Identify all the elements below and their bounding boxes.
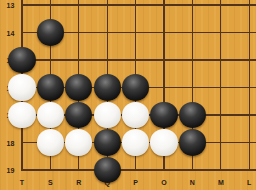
white-stone-P18 [122,129,149,155]
black-stone-N18 [179,129,206,155]
intersection-R13[interactable] [65,0,93,19]
white-stone-T16 [8,74,35,100]
black-stone-R16 [65,74,92,100]
intersection-S17[interactable] [36,101,64,129]
intersection-L14[interactable] [235,19,256,47]
intersection-N18[interactable] [178,129,206,157]
intersection-N14[interactable] [178,19,206,47]
intersection-R18[interactable] [65,129,93,157]
white-stone-S18 [37,129,64,155]
black-stone-S16 [37,74,64,100]
black-stone-Q19 [94,157,121,183]
white-stone-S17 [37,102,64,128]
black-stone-T15 [8,47,35,73]
white-stone-T17 [8,102,35,128]
intersection-M14[interactable] [207,19,235,47]
intersection-M15[interactable] [207,46,235,74]
go-board: 13141516171819 TSRQPONML [0,0,256,190]
intersection-N17[interactable] [178,101,206,129]
intersection-Q14[interactable] [93,19,121,47]
intersection-P17[interactable] [121,101,149,129]
intersection-P18[interactable] [121,129,149,157]
intersection-P16[interactable] [121,74,149,102]
intersection-O19[interactable] [150,156,178,184]
intersection-O13[interactable] [150,0,178,19]
intersection-O17[interactable] [150,101,178,129]
intersection-L13[interactable] [235,0,256,19]
intersection-N15[interactable] [178,46,206,74]
intersection-P13[interactable] [121,0,149,19]
intersection-Q16[interactable] [93,74,121,102]
intersection-S19[interactable] [36,156,64,184]
intersection-O18[interactable] [150,129,178,157]
intersection-R19[interactable] [65,156,93,184]
intersection-P19[interactable] [121,156,149,184]
intersection-Q19[interactable] [93,156,121,184]
white-stone-O18 [150,129,177,155]
black-stone-Q16 [94,74,121,100]
board-grid [8,0,256,184]
intersection-S13[interactable] [36,0,64,19]
intersection-L15[interactable] [235,46,256,74]
black-stone-N17 [179,102,206,128]
intersection-T14[interactable] [8,19,36,47]
intersection-M17[interactable] [207,101,235,129]
intersection-S15[interactable] [36,46,64,74]
intersection-T19[interactable] [8,156,36,184]
intersection-Q13[interactable] [93,0,121,19]
intersection-Q15[interactable] [93,46,121,74]
intersection-L17[interactable] [235,101,256,129]
intersection-O14[interactable] [150,19,178,47]
intersection-T18[interactable] [8,129,36,157]
black-stone-R17 [65,102,92,128]
intersection-M13[interactable] [207,0,235,19]
black-stone-P16 [122,74,149,100]
intersection-N13[interactable] [178,0,206,19]
intersection-N16[interactable] [178,74,206,102]
intersection-R16[interactable] [65,74,93,102]
intersection-T13[interactable] [8,0,36,19]
intersection-R14[interactable] [65,19,93,47]
white-stone-Q17 [94,102,121,128]
intersection-Q17[interactable] [93,101,121,129]
intersection-M18[interactable] [207,129,235,157]
black-stone-Q18 [94,129,121,155]
intersection-L19[interactable] [235,156,256,184]
intersection-T17[interactable] [8,101,36,129]
intersection-R17[interactable] [65,101,93,129]
intersection-M19[interactable] [207,156,235,184]
intersection-S18[interactable] [36,129,64,157]
white-stone-R18 [65,129,92,155]
intersection-Q18[interactable] [93,129,121,157]
intersection-S14[interactable] [36,19,64,47]
intersection-P14[interactable] [121,19,149,47]
intersection-P15[interactable] [121,46,149,74]
intersection-R15[interactable] [65,46,93,74]
intersection-S16[interactable] [36,74,64,102]
intersection-T15[interactable] [8,46,36,74]
intersection-N19[interactable] [178,156,206,184]
black-stone-S14 [37,19,64,45]
intersection-O16[interactable] [150,74,178,102]
intersection-T16[interactable] [8,74,36,102]
intersection-L18[interactable] [235,129,256,157]
white-stone-P17 [122,102,149,128]
black-stone-O17 [150,102,177,128]
intersection-M16[interactable] [207,74,235,102]
intersection-O15[interactable] [150,46,178,74]
intersection-L16[interactable] [235,74,256,102]
